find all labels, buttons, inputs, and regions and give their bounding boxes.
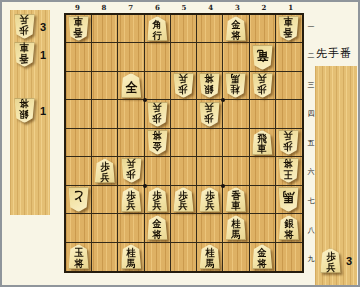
side-to-move-label: 先手番 [316, 46, 360, 61]
piece-kanji: 金 [153, 140, 162, 151]
cell-6-4[interactable]: 歩兵 [145, 100, 171, 128]
sente-hand-tray: 歩兵3 [315, 66, 357, 285]
piece-kanji: 銀 [20, 109, 29, 120]
piece-kanji: 将 [205, 73, 214, 84]
shogi-piece-歩兵[interactable]: 歩兵 [320, 248, 341, 273]
piece-kanji: 銀 [205, 84, 214, 95]
piece-kanji: 兵 [126, 201, 135, 212]
piece-kanji: 歩 [153, 112, 162, 123]
board: 香車角行金将香車竜全歩兵銀将桂馬歩兵歩兵歩兵金将飛車歩兵歩兵歩兵王将と歩兵歩兵歩… [64, 13, 304, 273]
piece-kanji: 兵 [126, 158, 135, 169]
piece-kanji: 馬 [231, 73, 240, 84]
piece-kanji: 兵 [179, 73, 188, 84]
shogi-piece-銀将[interactable]: 銀将 [14, 98, 35, 123]
cell-7-2[interactable] [118, 43, 144, 71]
cell-8-5[interactable] [92, 129, 118, 157]
piece-kanji: 車 [20, 42, 29, 53]
cell-5-8[interactable] [171, 214, 197, 242]
piece-kanji: 馬 [283, 191, 295, 204]
cell-9-7[interactable]: と [66, 186, 92, 214]
cell-7-1[interactable] [118, 15, 144, 43]
cell-5-9[interactable] [171, 243, 197, 271]
piece-kanji: 将 [20, 98, 29, 109]
shogi-piece-歩兵[interactable]: 歩兵 [121, 187, 142, 212]
piece-kanji: 歩 [179, 84, 188, 95]
cell-8-6[interactable]: 歩兵 [92, 157, 118, 185]
shogi-piece-香車[interactable]: 香車 [14, 42, 35, 67]
cell-5-1[interactable] [171, 15, 197, 43]
cell-3-1[interactable]: 金将 [223, 15, 249, 43]
piece-kanji: 桂 [231, 84, 240, 95]
cell-2-7[interactable] [250, 186, 276, 214]
piece-kanji: 将 [284, 158, 293, 169]
shogi-piece-歩兵[interactable]: 歩兵 [278, 130, 299, 155]
cell-7-3[interactable]: 全 [118, 72, 144, 100]
piece-kanji: 兵 [205, 201, 214, 212]
gote-hand-count: 1 [40, 49, 46, 61]
piece-kanji: 兵 [100, 173, 109, 184]
cell-1-6[interactable]: 王将 [276, 157, 302, 185]
cell-2-1[interactable] [250, 15, 276, 43]
shogi-piece-全[interactable]: 全 [121, 73, 142, 98]
diagram-frame: 987654321 一二三四五六七八九 香車角行金将香車竜全歩兵銀将桂馬歩兵歩兵… [0, 0, 360, 287]
cell-9-2[interactable] [66, 43, 92, 71]
shogi-piece-角行[interactable]: 角行 [147, 16, 168, 41]
cell-9-3[interactable] [66, 72, 92, 100]
board-wrap: 香車角行金将香車竜全歩兵銀将桂馬歩兵歩兵歩兵金将飛車歩兵歩兵歩兵王将と歩兵歩兵歩… [64, 13, 304, 273]
piece-kanji: 行 [153, 31, 162, 42]
cell-6-9[interactable] [145, 243, 171, 271]
file-label-5: 5 [171, 3, 198, 13]
piece-kanji: 歩 [20, 25, 29, 36]
piece-kanji: 将 [284, 230, 293, 241]
piece-kanji: 全 [125, 81, 137, 94]
cell-9-6[interactable] [66, 157, 92, 185]
shogi-piece-歩兵[interactable]: 歩兵 [121, 158, 142, 183]
piece-kanji: 兵 [205, 102, 214, 113]
shogi-piece-金将[interactable]: 金将 [225, 16, 246, 41]
rank-label-1: 一 [305, 13, 317, 42]
file-label-3: 3 [224, 3, 251, 13]
cell-3-8[interactable]: 桂馬 [223, 214, 249, 242]
piece-kanji: 歩 [126, 169, 135, 180]
cell-2-9[interactable]: 金将 [250, 243, 276, 271]
gote-hand-tray: 歩兵3香車1銀将1 [10, 10, 50, 215]
cell-1-5[interactable]: 歩兵 [276, 129, 302, 157]
cell-7-7[interactable]: 歩兵 [118, 186, 144, 214]
star-point [143, 98, 147, 102]
cell-6-1[interactable]: 角行 [145, 15, 171, 43]
shogi-piece-歩兵[interactable]: 歩兵 [147, 102, 168, 127]
piece-kanji: 兵 [284, 130, 293, 141]
cell-2-3[interactable]: 歩兵 [250, 72, 276, 100]
piece-kanji: と [72, 191, 84, 204]
shogi-piece-香車[interactable]: 香車 [278, 16, 299, 41]
gote-hand-item: 銀将1 [14, 98, 46, 123]
piece-kanji: 車 [231, 201, 240, 212]
cell-9-4[interactable] [66, 100, 92, 128]
piece-kanji: 車 [74, 16, 83, 27]
piece-kanji: 車 [284, 16, 293, 27]
cell-7-5[interactable] [118, 129, 144, 157]
cell-6-8[interactable]: 金将 [145, 214, 171, 242]
shogi-piece-歩兵[interactable]: 歩兵 [199, 102, 220, 127]
piece-kanji: 車 [258, 144, 267, 155]
piece-kanji: 香 [74, 27, 83, 38]
cell-5-7[interactable]: 歩兵 [171, 186, 197, 214]
cell-6-2[interactable] [145, 43, 171, 71]
cell-8-2[interactable] [92, 43, 118, 71]
piece-kanji: 兵 [153, 102, 162, 113]
star-point [221, 184, 225, 188]
cell-1-1[interactable]: 香車 [276, 15, 302, 43]
shogi-piece-歩兵[interactable]: 歩兵 [147, 187, 168, 212]
shogi-piece-歩兵[interactable]: 歩兵 [173, 73, 194, 98]
file-label-1: 1 [277, 3, 304, 13]
cell-7-8[interactable] [118, 214, 144, 242]
piece-kanji: 馬 [205, 259, 214, 270]
sente-hand-count: 3 [346, 255, 352, 267]
piece-kanji: 馬 [126, 259, 135, 270]
cell-5-4[interactable] [171, 100, 197, 128]
cell-2-2[interactable]: 竜 [250, 43, 276, 71]
cell-6-7[interactable]: 歩兵 [145, 186, 171, 214]
gote-hand-item: 香車1 [14, 42, 46, 67]
cell-4-8[interactable] [197, 214, 223, 242]
shogi-piece-竜[interactable]: 竜 [252, 45, 273, 70]
piece-kanji: 兵 [179, 201, 188, 212]
cell-8-3[interactable] [92, 72, 118, 100]
shogi-piece-金将[interactable]: 金将 [252, 244, 273, 269]
cell-3-7[interactable]: 香車 [223, 186, 249, 214]
piece-kanji: 将 [153, 130, 162, 141]
shogi-piece-香車[interactable]: 香車 [68, 16, 89, 41]
piece-kanji: 兵 [153, 201, 162, 212]
cell-7-6[interactable]: 歩兵 [118, 157, 144, 185]
cell-5-6[interactable] [171, 157, 197, 185]
shogi-piece-桂馬[interactable]: 桂馬 [121, 244, 142, 269]
shogi-piece-銀将[interactable]: 銀将 [199, 73, 220, 98]
sente-hand-item: 歩兵3 [320, 248, 352, 273]
file-label-2: 2 [251, 3, 278, 13]
cell-5-3[interactable]: 歩兵 [171, 72, 197, 100]
cell-3-4[interactable] [223, 100, 249, 128]
cell-9-5[interactable] [66, 129, 92, 157]
shogi-piece-歩兵[interactable]: 歩兵 [252, 73, 273, 98]
shogi-piece-金将[interactable]: 金将 [147, 130, 168, 155]
file-label-8: 8 [91, 3, 118, 13]
cell-3-2[interactable] [223, 43, 249, 71]
cell-4-9[interactable]: 桂馬 [197, 243, 223, 271]
shogi-piece-歩兵[interactable]: 歩兵 [94, 158, 115, 183]
cell-6-6[interactable] [145, 157, 171, 185]
shogi-piece-銀将[interactable]: 銀将 [278, 215, 299, 240]
cell-4-2[interactable] [197, 43, 223, 71]
cell-4-4[interactable]: 歩兵 [197, 100, 223, 128]
cell-2-4[interactable] [250, 100, 276, 128]
file-label-4: 4 [197, 3, 224, 13]
piece-kanji: 歩 [205, 112, 214, 123]
piece-kanji: 将 [153, 230, 162, 241]
cell-8-8[interactable] [92, 214, 118, 242]
cell-5-5[interactable] [171, 129, 197, 157]
piece-kanji: 将 [74, 259, 83, 270]
cell-2-8[interactable] [250, 214, 276, 242]
cell-4-5[interactable] [197, 129, 223, 157]
file-labels: 987654321 [64, 3, 304, 13]
gote-hand-item: 歩兵3 [14, 14, 46, 39]
cell-8-9[interactable] [92, 243, 118, 271]
shogi-piece-香車[interactable]: 香車 [225, 187, 246, 212]
cell-3-6[interactable] [223, 157, 249, 185]
file-label-7: 7 [117, 3, 144, 13]
cell-8-4[interactable] [92, 100, 118, 128]
file-label-9: 9 [64, 3, 91, 13]
piece-kanji: 将 [231, 31, 240, 42]
cell-1-4[interactable] [276, 100, 302, 128]
cell-4-3[interactable]: 銀将 [197, 72, 223, 100]
shogi-piece-歩兵[interactable]: 歩兵 [199, 187, 220, 212]
cell-3-9[interactable] [223, 243, 249, 271]
cell-1-3[interactable] [276, 72, 302, 100]
cell-3-5[interactable] [223, 129, 249, 157]
cell-8-1[interactable] [92, 15, 118, 43]
piece-kanji: 王 [284, 169, 293, 180]
cell-6-5[interactable]: 金将 [145, 129, 171, 157]
shogi-piece-歩兵[interactable]: 歩兵 [173, 187, 194, 212]
piece-kanji: 歩 [284, 140, 293, 151]
shogi-piece-金将[interactable]: 金将 [147, 215, 168, 240]
cell-1-7[interactable]: 馬 [276, 186, 302, 214]
cell-7-4[interactable] [118, 100, 144, 128]
shogi-piece-歩兵[interactable]: 歩兵 [14, 14, 35, 39]
star-point [143, 184, 147, 188]
cell-4-1[interactable] [197, 15, 223, 43]
file-label-6: 6 [144, 3, 171, 13]
cell-9-1[interactable]: 香車 [66, 15, 92, 43]
cell-4-6[interactable] [197, 157, 223, 185]
cell-8-7[interactable] [92, 186, 118, 214]
piece-kanji: 香 [284, 27, 293, 38]
piece-kanji: 兵 [20, 14, 29, 25]
piece-kanji: 香 [20, 53, 29, 64]
cell-1-8[interactable]: 銀将 [276, 214, 302, 242]
piece-kanji: 兵 [258, 73, 267, 84]
cell-6-3[interactable] [145, 72, 171, 100]
shogi-piece-飛車[interactable]: 飛車 [252, 130, 273, 155]
cell-4-7[interactable]: 歩兵 [197, 186, 223, 214]
cell-1-2[interactable] [276, 43, 302, 71]
cell-9-8[interactable] [66, 214, 92, 242]
cell-7-9[interactable]: 桂馬 [118, 243, 144, 271]
piece-kanji: 将 [258, 259, 267, 270]
cell-2-5[interactable]: 飛車 [250, 129, 276, 157]
piece-kanji: 歩 [258, 84, 267, 95]
piece-kanji: 竜 [256, 49, 268, 62]
cell-1-9[interactable] [276, 243, 302, 271]
cell-2-6[interactable] [250, 157, 276, 185]
shogi-piece-馬[interactable]: 馬 [278, 187, 299, 212]
piece-kanji: 馬 [231, 230, 240, 241]
shogi-piece-桂馬[interactable]: 桂馬 [199, 244, 220, 269]
shogi-piece-と[interactable]: と [68, 187, 89, 212]
shogi-piece-玉将[interactable]: 玉将 [68, 244, 89, 269]
star-point [221, 98, 225, 102]
cell-5-2[interactable] [171, 43, 197, 71]
shogi-piece-王将[interactable]: 王将 [278, 158, 299, 183]
shogi-piece-桂馬[interactable]: 桂馬 [225, 73, 246, 98]
shogi-piece-桂馬[interactable]: 桂馬 [225, 215, 246, 240]
cell-3-3[interactable]: 桂馬 [223, 72, 249, 100]
piece-kanji: 兵 [326, 263, 335, 274]
gote-hand-count: 1 [40, 105, 46, 117]
cell-9-9[interactable]: 玉将 [66, 243, 92, 271]
gote-hand-count: 3 [40, 21, 46, 33]
